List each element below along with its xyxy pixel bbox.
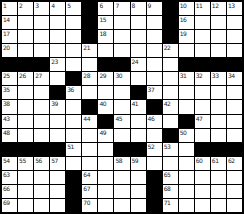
cell-r14c4[interactable] bbox=[50, 185, 65, 198]
cell-r7c6[interactable] bbox=[82, 86, 97, 99]
black-cell-r13c5 bbox=[66, 171, 81, 184]
clue-number-56: 56 bbox=[35, 157, 42, 164]
cell-r7c11[interactable] bbox=[163, 86, 178, 99]
cell-r12c9[interactable]: 59 bbox=[131, 157, 146, 170]
clue-number-15: 15 bbox=[99, 16, 106, 23]
cell-r4c4[interactable] bbox=[50, 44, 65, 57]
cell-r8c14[interactable] bbox=[211, 100, 226, 113]
cell-r8c5[interactable] bbox=[66, 100, 81, 113]
cell-r13c4[interactable] bbox=[50, 171, 65, 184]
crossword-board: 1234567891011121314151617181920212223242… bbox=[0, 0, 244, 214]
black-cell-r14c5 bbox=[66, 185, 81, 198]
cell-r8c4[interactable]: 39 bbox=[50, 100, 65, 113]
cell-r7c13[interactable] bbox=[195, 86, 210, 99]
cell-r13c11[interactable]: 65 bbox=[163, 171, 178, 184]
black-cell-r5c12 bbox=[179, 58, 194, 71]
clue-number-10: 10 bbox=[180, 2, 187, 9]
black-cell-r5c7 bbox=[98, 58, 113, 71]
cell-r12c15[interactable]: 62 bbox=[227, 157, 242, 170]
clue-number-21: 21 bbox=[83, 44, 90, 51]
cell-r9c15[interactable] bbox=[227, 115, 242, 128]
clue-number-58: 58 bbox=[115, 157, 122, 164]
cell-r6c13[interactable]: 32 bbox=[195, 72, 210, 85]
cell-r15c3[interactable] bbox=[34, 199, 49, 212]
black-cell-r15c10 bbox=[147, 199, 162, 212]
cell-r3c2[interactable] bbox=[18, 30, 33, 43]
cell-r15c8[interactable] bbox=[114, 199, 129, 212]
cell-r4c13[interactable] bbox=[195, 44, 210, 57]
cell-r7c15[interactable] bbox=[227, 86, 242, 99]
cell-r10c9[interactable] bbox=[131, 129, 146, 142]
clue-number-42: 42 bbox=[164, 100, 171, 107]
cell-r12c8[interactable]: 58 bbox=[114, 157, 129, 170]
cell-r3c5[interactable] bbox=[66, 30, 81, 43]
cell-r10c6[interactable] bbox=[82, 129, 97, 142]
black-cell-r11c8 bbox=[114, 143, 129, 156]
cell-r14c9[interactable] bbox=[131, 185, 146, 198]
clue-number-70: 70 bbox=[83, 199, 90, 206]
cell-r3c12[interactable]: 19 bbox=[179, 30, 194, 43]
cell-r5c10[interactable] bbox=[147, 58, 162, 71]
cell-r8c7[interactable]: 40 bbox=[98, 100, 113, 113]
clue-number-51: 51 bbox=[67, 143, 74, 150]
cell-r12c2[interactable]: 55 bbox=[18, 157, 33, 170]
cell-r12c1[interactable]: 54 bbox=[2, 157, 17, 170]
cell-r1c13[interactable]: 11 bbox=[195, 2, 210, 15]
clue-number-6: 6 bbox=[99, 2, 102, 9]
cell-r13c9[interactable] bbox=[131, 171, 146, 184]
cell-r15c9[interactable] bbox=[131, 199, 146, 212]
cell-r3c4[interactable] bbox=[50, 30, 65, 43]
black-cell-r7c4 bbox=[50, 86, 65, 99]
clue-number-66: 66 bbox=[3, 185, 10, 192]
clue-number-28: 28 bbox=[83, 72, 90, 79]
cell-r12c7[interactable] bbox=[98, 157, 113, 170]
clue-number-25: 25 bbox=[3, 72, 10, 79]
cell-r1c7[interactable]: 6 bbox=[98, 2, 113, 15]
black-cell-r8c10 bbox=[147, 100, 162, 113]
cell-r6c12[interactable]: 31 bbox=[179, 72, 194, 85]
cell-r4c5[interactable] bbox=[66, 44, 81, 57]
cell-r2c7[interactable]: 15 bbox=[98, 16, 113, 29]
clue-number-19: 19 bbox=[180, 30, 187, 37]
clue-number-64: 64 bbox=[83, 171, 90, 178]
black-cell-r11c13 bbox=[195, 143, 210, 156]
cell-r11c12[interactable] bbox=[179, 143, 194, 156]
cell-r9c4[interactable] bbox=[50, 115, 65, 128]
cell-r3c10[interactable] bbox=[147, 30, 162, 43]
cell-r6c3[interactable]: 27 bbox=[34, 72, 49, 85]
cell-r14c15[interactable] bbox=[227, 185, 242, 198]
black-cell-r11c4 bbox=[50, 143, 65, 156]
clue-number-11: 11 bbox=[196, 2, 203, 9]
clue-number-47: 47 bbox=[196, 115, 203, 122]
cell-r9c13[interactable]: 47 bbox=[195, 115, 210, 128]
cell-r3c7[interactable]: 18 bbox=[98, 30, 113, 43]
clue-number-71: 71 bbox=[164, 199, 171, 206]
cell-r6c10[interactable] bbox=[147, 72, 162, 85]
cell-r3c1[interactable]: 17 bbox=[2, 30, 17, 43]
cell-r9c5[interactable] bbox=[66, 115, 81, 128]
clue-number-29: 29 bbox=[99, 72, 106, 79]
cell-r14c13[interactable] bbox=[195, 185, 210, 198]
clue-number-34: 34 bbox=[228, 72, 235, 79]
cell-r10c12[interactable]: 50 bbox=[179, 129, 194, 142]
cell-r15c13[interactable] bbox=[195, 199, 210, 212]
cell-r8c2[interactable] bbox=[18, 100, 33, 113]
cell-r12c6[interactable] bbox=[82, 157, 97, 170]
cell-r2c3[interactable] bbox=[34, 16, 49, 29]
clue-number-20: 20 bbox=[3, 44, 10, 51]
cell-r1c14[interactable]: 12 bbox=[211, 2, 226, 15]
clue-number-62: 62 bbox=[228, 157, 235, 164]
clue-number-49: 49 bbox=[99, 129, 106, 136]
cell-r5c11[interactable] bbox=[163, 58, 178, 71]
cell-r1c2[interactable]: 2 bbox=[18, 2, 33, 15]
cell-r5c4[interactable]: 23 bbox=[50, 58, 65, 71]
cell-r14c11[interactable]: 68 bbox=[163, 185, 178, 198]
cell-r11c10[interactable]: 52 bbox=[147, 143, 162, 156]
cell-r13c7[interactable] bbox=[98, 171, 113, 184]
black-cell-r11c1 bbox=[2, 143, 17, 156]
clue-number-2: 2 bbox=[19, 2, 22, 9]
cell-r4c2[interactable] bbox=[18, 44, 33, 57]
cell-r5c5[interactable] bbox=[66, 58, 81, 71]
cell-r7c2[interactable] bbox=[18, 86, 33, 99]
clue-number-53: 53 bbox=[164, 143, 171, 150]
black-cell-r5c2 bbox=[18, 58, 33, 71]
black-cell-r3c11 bbox=[163, 30, 178, 43]
cell-r8c11[interactable]: 42 bbox=[163, 100, 178, 113]
clue-number-32: 32 bbox=[196, 72, 203, 79]
cell-r10c10[interactable] bbox=[147, 129, 162, 142]
clue-number-8: 8 bbox=[132, 2, 135, 9]
cell-r8c15[interactable] bbox=[227, 100, 242, 113]
cell-r10c15[interactable] bbox=[227, 129, 242, 142]
cell-r6c4[interactable] bbox=[50, 72, 65, 85]
cell-r13c14[interactable] bbox=[211, 171, 226, 184]
cell-r10c8[interactable] bbox=[114, 129, 129, 142]
cell-r10c4[interactable] bbox=[50, 129, 65, 142]
cell-r14c7[interactable] bbox=[98, 185, 113, 198]
cell-r9c10[interactable]: 46 bbox=[147, 115, 162, 128]
clue-number-13: 13 bbox=[228, 2, 235, 9]
clue-number-35: 35 bbox=[3, 86, 10, 93]
cell-r6c14[interactable]: 33 bbox=[211, 72, 226, 85]
clue-number-50: 50 bbox=[180, 129, 187, 136]
black-cell-r11c9 bbox=[131, 143, 146, 156]
black-cell-r9c7 bbox=[98, 115, 113, 128]
black-cell-r1c6 bbox=[82, 2, 97, 15]
cell-r7c10[interactable]: 37 bbox=[147, 86, 162, 99]
cell-r14c6[interactable]: 67 bbox=[82, 185, 97, 198]
black-cell-r13c10 bbox=[147, 171, 162, 184]
cell-r3c15[interactable] bbox=[227, 30, 242, 43]
cell-r8c1[interactable]: 38 bbox=[2, 100, 17, 113]
clue-number-68: 68 bbox=[164, 185, 171, 192]
clue-number-67: 67 bbox=[83, 185, 90, 192]
cell-r7c1[interactable]: 35 bbox=[2, 86, 17, 99]
clue-number-57: 57 bbox=[51, 157, 58, 164]
cell-r3c3[interactable] bbox=[34, 30, 49, 43]
clue-number-52: 52 bbox=[148, 143, 155, 150]
cell-r13c12[interactable] bbox=[179, 171, 194, 184]
cell-r13c6[interactable]: 64 bbox=[82, 171, 97, 184]
black-cell-r10c11 bbox=[163, 129, 178, 142]
cell-r9c2[interactable] bbox=[18, 115, 33, 128]
cell-r4c9[interactable] bbox=[131, 44, 146, 57]
clue-number-9: 9 bbox=[148, 2, 151, 9]
cell-r5c9[interactable]: 24 bbox=[131, 58, 146, 71]
clue-number-14: 14 bbox=[3, 16, 10, 23]
cell-r11c11[interactable]: 53 bbox=[163, 143, 178, 156]
cell-r2c2[interactable] bbox=[18, 16, 33, 29]
cell-r1c9[interactable]: 8 bbox=[131, 2, 146, 15]
cell-r15c14[interactable] bbox=[211, 199, 226, 212]
black-cell-r11c3 bbox=[34, 143, 49, 156]
cell-r2c1[interactable]: 14 bbox=[2, 16, 17, 29]
cell-r8c9[interactable]: 41 bbox=[131, 100, 146, 113]
cell-r3c8[interactable] bbox=[114, 30, 129, 43]
cell-r12c11[interactable] bbox=[163, 157, 178, 170]
cell-r12c14[interactable]: 61 bbox=[211, 157, 226, 170]
cell-r14c2[interactable] bbox=[18, 185, 33, 198]
cell-r10c1[interactable]: 48 bbox=[2, 129, 17, 142]
cell-r15c12[interactable] bbox=[179, 199, 194, 212]
crossword-puzzle: 1234567891011121314151617181920212223242… bbox=[0, 0, 244, 214]
black-cell-r9c12 bbox=[179, 115, 194, 128]
cell-r2c12[interactable]: 16 bbox=[179, 16, 194, 29]
clue-number-12: 12 bbox=[212, 2, 219, 9]
cell-r6c11[interactable] bbox=[163, 72, 178, 85]
cell-r10c5[interactable] bbox=[66, 129, 81, 142]
cell-r2c13[interactable] bbox=[195, 16, 210, 29]
cell-r15c2[interactable] bbox=[18, 199, 33, 212]
cell-r11c7[interactable] bbox=[98, 143, 113, 156]
black-cell-r2c6 bbox=[82, 16, 97, 29]
cell-r6c9[interactable] bbox=[131, 72, 146, 85]
clue-number-59: 59 bbox=[132, 157, 139, 164]
clue-number-60: 60 bbox=[196, 157, 203, 164]
clue-number-5: 5 bbox=[67, 2, 70, 9]
cell-r2c5[interactable] bbox=[66, 16, 81, 29]
cell-r11c6[interactable] bbox=[82, 143, 97, 156]
clue-number-61: 61 bbox=[212, 157, 219, 164]
cell-r4c6[interactable]: 21 bbox=[82, 44, 97, 57]
cell-r6c2[interactable]: 26 bbox=[18, 72, 33, 85]
cell-r7c14[interactable] bbox=[211, 86, 226, 99]
cell-r3c14[interactable] bbox=[211, 30, 226, 43]
cell-r13c8[interactable] bbox=[114, 171, 129, 184]
cell-r2c8[interactable] bbox=[114, 16, 129, 29]
cell-r2c9[interactable] bbox=[131, 16, 146, 29]
black-cell-r11c14 bbox=[211, 143, 226, 156]
cell-r13c13[interactable] bbox=[195, 171, 210, 184]
black-cell-r11c2 bbox=[18, 143, 33, 156]
clue-number-55: 55 bbox=[19, 157, 26, 164]
cell-r10c3[interactable] bbox=[34, 129, 49, 142]
black-cell-r2c11 bbox=[163, 16, 178, 29]
cell-r1c10[interactable]: 9 bbox=[147, 2, 162, 15]
black-cell-r5c1 bbox=[2, 58, 17, 71]
clue-number-7: 7 bbox=[115, 2, 118, 9]
cell-r15c15[interactable] bbox=[227, 199, 242, 212]
cell-r4c14[interactable] bbox=[211, 44, 226, 57]
clue-number-37: 37 bbox=[148, 86, 155, 93]
clue-number-45: 45 bbox=[115, 115, 122, 122]
black-cell-r8c6 bbox=[82, 100, 97, 113]
cell-r8c13[interactable] bbox=[195, 100, 210, 113]
cell-r7c5[interactable]: 36 bbox=[66, 86, 81, 99]
black-cell-r1c11 bbox=[163, 2, 178, 15]
cell-r7c12[interactable] bbox=[179, 86, 194, 99]
clue-number-1: 1 bbox=[3, 2, 6, 9]
cell-r1c5[interactable]: 5 bbox=[66, 2, 81, 15]
clue-number-30: 30 bbox=[115, 72, 122, 79]
cell-r6c6[interactable]: 28 bbox=[82, 72, 97, 85]
cell-r4c7[interactable] bbox=[98, 44, 113, 57]
clue-number-3: 3 bbox=[35, 2, 38, 9]
cell-r2c10[interactable] bbox=[147, 16, 162, 29]
cell-r15c6[interactable]: 70 bbox=[82, 199, 97, 212]
cell-r3c13[interactable] bbox=[195, 30, 210, 43]
black-cell-r15c5 bbox=[66, 199, 81, 212]
cell-r7c7[interactable] bbox=[98, 86, 113, 99]
cell-r15c1[interactable]: 69 bbox=[2, 199, 17, 212]
cell-r15c11[interactable]: 71 bbox=[163, 199, 178, 212]
clue-number-65: 65 bbox=[164, 171, 171, 178]
cell-r12c3[interactable]: 56 bbox=[34, 157, 49, 170]
cell-r9c8[interactable]: 45 bbox=[114, 115, 129, 128]
cell-r12c12[interactable] bbox=[179, 157, 194, 170]
cell-r8c12[interactable] bbox=[179, 100, 194, 113]
cell-r6c7[interactable]: 29 bbox=[98, 72, 113, 85]
cell-r9c11[interactable] bbox=[163, 115, 178, 128]
cell-r7c8[interactable] bbox=[114, 86, 129, 99]
clue-number-31: 31 bbox=[180, 72, 187, 79]
cell-r7c3[interactable] bbox=[34, 86, 49, 99]
cell-r9c6[interactable]: 44 bbox=[82, 115, 97, 128]
clue-number-23: 23 bbox=[51, 58, 58, 65]
clue-number-54: 54 bbox=[3, 157, 10, 164]
cell-r9c1[interactable]: 43 bbox=[2, 115, 17, 128]
cell-r12c5[interactable] bbox=[66, 157, 81, 170]
cell-r8c8[interactable] bbox=[114, 100, 129, 113]
clue-number-4: 4 bbox=[51, 2, 54, 9]
cell-r3c9[interactable] bbox=[131, 30, 146, 43]
clue-number-26: 26 bbox=[19, 72, 26, 79]
cell-r14c8[interactable] bbox=[114, 185, 129, 198]
cell-r9c14[interactable] bbox=[211, 115, 226, 128]
cell-r12c13[interactable]: 60 bbox=[195, 157, 210, 170]
cell-r2c4[interactable] bbox=[50, 16, 65, 29]
cell-r5c6[interactable] bbox=[82, 58, 97, 71]
clue-number-69: 69 bbox=[3, 199, 10, 206]
black-cell-r5c15 bbox=[227, 58, 242, 71]
cell-r1c1[interactable]: 1 bbox=[2, 2, 17, 15]
clue-number-39: 39 bbox=[51, 100, 58, 107]
cell-r10c2[interactable] bbox=[18, 129, 33, 142]
cell-r14c12[interactable] bbox=[179, 185, 194, 198]
cell-r10c13[interactable] bbox=[195, 129, 210, 142]
cell-r9c9[interactable] bbox=[131, 115, 146, 128]
cell-r15c4[interactable] bbox=[50, 199, 65, 212]
cell-r1c4[interactable]: 4 bbox=[50, 2, 65, 15]
cell-r4c11[interactable]: 22 bbox=[163, 44, 178, 57]
clue-number-36: 36 bbox=[67, 86, 74, 93]
cell-r14c1[interactable]: 66 bbox=[2, 185, 17, 198]
cell-r2c14[interactable] bbox=[211, 16, 226, 29]
clue-number-18: 18 bbox=[99, 30, 106, 37]
black-cell-r5c8 bbox=[114, 58, 129, 71]
clue-number-44: 44 bbox=[83, 115, 90, 122]
cell-r1c3[interactable]: 3 bbox=[34, 2, 49, 15]
clue-number-48: 48 bbox=[3, 129, 10, 136]
clue-number-38: 38 bbox=[3, 100, 10, 107]
clue-number-22: 22 bbox=[164, 44, 171, 51]
cell-r12c10[interactable] bbox=[147, 157, 162, 170]
clue-number-46: 46 bbox=[148, 115, 155, 122]
cell-r4c1[interactable]: 20 bbox=[2, 44, 17, 57]
cell-r14c14[interactable] bbox=[211, 185, 226, 198]
cell-r4c12[interactable] bbox=[179, 44, 194, 57]
black-cell-r5c3 bbox=[34, 58, 49, 71]
cell-r12c4[interactable]: 57 bbox=[50, 157, 65, 170]
clue-number-33: 33 bbox=[212, 72, 219, 79]
clue-number-16: 16 bbox=[180, 16, 187, 23]
cell-r6c15[interactable]: 34 bbox=[227, 72, 242, 85]
cell-r1c15[interactable]: 13 bbox=[227, 2, 242, 15]
cell-r9c3[interactable] bbox=[34, 115, 49, 128]
black-cell-r11c15 bbox=[227, 143, 242, 156]
black-cell-r14c10 bbox=[147, 185, 162, 198]
cell-r15c7[interactable] bbox=[98, 199, 113, 212]
cell-r6c8[interactable]: 30 bbox=[114, 72, 129, 85]
clue-number-43: 43 bbox=[3, 115, 10, 122]
black-cell-r5c14 bbox=[211, 58, 226, 71]
black-cell-r6c5 bbox=[66, 72, 81, 85]
cell-r2c15[interactable] bbox=[227, 16, 242, 29]
clue-number-40: 40 bbox=[99, 100, 106, 107]
clue-number-63: 63 bbox=[3, 171, 10, 178]
cell-r4c8[interactable] bbox=[114, 44, 129, 57]
cell-r14c3[interactable] bbox=[34, 185, 49, 198]
cell-r6c1[interactable]: 25 bbox=[2, 72, 17, 85]
clue-number-27: 27 bbox=[35, 72, 42, 79]
cell-r1c12[interactable]: 10 bbox=[179, 2, 194, 15]
cell-r1c8[interactable]: 7 bbox=[114, 2, 129, 15]
clue-number-17: 17 bbox=[3, 30, 10, 37]
cell-r13c2[interactable] bbox=[18, 171, 33, 184]
cell-r13c1[interactable]: 63 bbox=[2, 171, 17, 184]
cell-r4c15[interactable] bbox=[227, 44, 242, 57]
cell-r8c3[interactable] bbox=[34, 100, 49, 113]
cell-r11c5[interactable]: 51 bbox=[66, 143, 81, 156]
cell-r13c3[interactable] bbox=[34, 171, 49, 184]
cell-r10c7[interactable]: 49 bbox=[98, 129, 113, 142]
cell-r10c14[interactable] bbox=[211, 129, 226, 142]
cell-r4c10[interactable] bbox=[147, 44, 162, 57]
black-cell-r7c9 bbox=[131, 86, 146, 99]
cell-r13c15[interactable] bbox=[227, 171, 242, 184]
cell-r4c3[interactable] bbox=[34, 44, 49, 57]
black-cell-r3c6 bbox=[82, 30, 97, 43]
clue-number-41: 41 bbox=[132, 100, 139, 107]
black-cell-r5c13 bbox=[195, 58, 210, 71]
clue-number-24: 24 bbox=[132, 58, 139, 65]
